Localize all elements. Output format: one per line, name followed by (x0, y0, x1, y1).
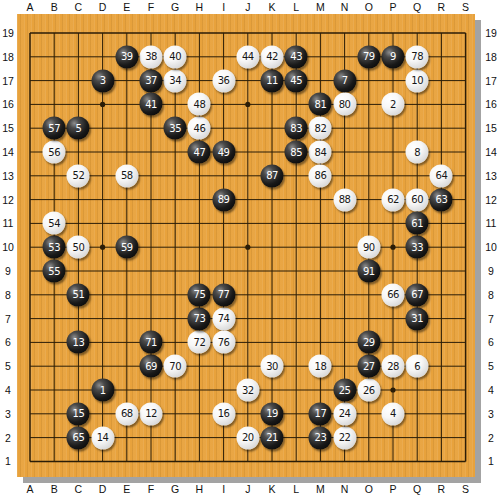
stone-black-73: 73 (188, 307, 211, 330)
column-label-top: Q (413, 2, 421, 13)
stone-white-14: 14 (91, 426, 114, 449)
row-label-right: 12 (485, 194, 497, 205)
stone-white-82: 82 (309, 117, 332, 140)
stone-white-86: 86 (309, 164, 332, 187)
column-label-bottom: D (99, 484, 107, 495)
column-label-top: E (123, 2, 130, 13)
stone-white-46: 46 (188, 117, 211, 140)
stone-white-6: 6 (406, 355, 429, 378)
stone-white-66: 66 (382, 283, 405, 306)
column-label-bottom: P (389, 484, 396, 495)
column-label-bottom: Q (413, 484, 421, 495)
row-label-left: 8 (5, 290, 11, 301)
stone-black-11: 11 (261, 69, 284, 92)
stone-white-58: 58 (115, 164, 138, 187)
stone-white-68: 68 (115, 402, 138, 425)
stone-black-55: 55 (43, 260, 66, 283)
stone-black-83: 83 (285, 117, 308, 140)
stone-white-22: 22 (333, 426, 356, 449)
stone-white-34: 34 (164, 69, 187, 92)
row-label-right: 15 (485, 123, 497, 134)
stone-black-15: 15 (67, 402, 90, 425)
stone-white-26: 26 (357, 379, 380, 402)
stone-black-51: 51 (67, 283, 90, 306)
stone-white-30: 30 (261, 355, 284, 378)
row-label-right: 13 (485, 171, 497, 182)
column-label-bottom: R (438, 484, 446, 495)
stone-black-43: 43 (285, 45, 308, 68)
column-label-bottom: K (268, 484, 275, 495)
row-label-right: 17 (485, 75, 497, 86)
column-label-bottom: N (341, 484, 349, 495)
stone-black-13: 13 (67, 331, 90, 354)
stone-white-2: 2 (382, 93, 405, 116)
row-label-right: 19 (485, 28, 497, 39)
stone-white-74: 74 (212, 307, 235, 330)
stone-black-57: 57 (43, 117, 66, 140)
row-label-right: 14 (485, 147, 497, 158)
stone-black-17: 17 (309, 402, 332, 425)
stone-white-8: 8 (406, 141, 429, 164)
stone-black-67: 67 (406, 283, 429, 306)
stone-black-35: 35 (164, 117, 187, 140)
stone-white-32: 32 (236, 379, 259, 402)
row-label-right: 11 (486, 218, 497, 229)
stone-white-56: 56 (43, 141, 66, 164)
stone-black-71: 71 (140, 331, 163, 354)
row-label-right: 10 (485, 242, 497, 253)
row-label-right: 7 (488, 313, 494, 324)
stone-white-44: 44 (236, 45, 259, 68)
column-label-bottom: M (316, 484, 325, 495)
row-label-right: 18 (485, 52, 497, 63)
stone-black-31: 31 (406, 307, 429, 330)
row-label-right: 8 (488, 290, 494, 301)
row-label-left: 11 (3, 218, 14, 229)
column-label-bottom: H (196, 484, 204, 495)
row-label-left: 18 (2, 52, 14, 63)
row-label-right: 9 (488, 266, 494, 277)
stone-black-1: 1 (91, 379, 114, 402)
stone-white-24: 24 (333, 402, 356, 425)
stone-black-37: 37 (140, 69, 163, 92)
stone-black-3: 3 (91, 69, 114, 92)
stone-black-65: 65 (67, 426, 90, 449)
row-label-left: 10 (2, 242, 14, 253)
row-label-left: 17 (2, 75, 14, 86)
stone-white-84: 84 (309, 141, 332, 164)
stone-black-75: 75 (188, 283, 211, 306)
stone-black-29: 29 (357, 331, 380, 354)
stone-black-41: 41 (140, 93, 163, 116)
stone-white-38: 38 (140, 45, 163, 68)
row-label-right: 1 (488, 456, 494, 467)
stone-white-70: 70 (164, 355, 187, 378)
column-label-bottom: A (26, 484, 33, 495)
row-label-left: 6 (5, 337, 11, 348)
stone-black-9: 9 (382, 45, 405, 68)
stone-black-89: 89 (212, 188, 235, 211)
stone-black-91: 91 (357, 260, 380, 283)
column-label-top: K (268, 2, 275, 13)
row-label-left: 5 (5, 361, 11, 372)
stone-white-28: 28 (382, 355, 405, 378)
stone-black-27: 27 (357, 355, 380, 378)
stone-white-78: 78 (406, 45, 429, 68)
stone-black-21: 21 (261, 426, 284, 449)
stone-white-50: 50 (67, 236, 90, 259)
stone-black-39: 39 (115, 45, 138, 68)
column-label-top: G (171, 2, 179, 13)
column-label-top: H (196, 2, 204, 13)
stone-black-63: 63 (430, 188, 453, 211)
column-label-bottom: O (365, 484, 373, 495)
go-diagram: AABBCCDDEEFFGGHHIIJJKKLLMMNNOOPPQQRRSS19… (0, 0, 500, 500)
column-label-top: M (316, 2, 325, 13)
column-label-top: I (222, 2, 225, 13)
stone-white-40: 40 (164, 45, 187, 68)
stone-white-52: 52 (67, 164, 90, 187)
column-label-top: N (341, 2, 349, 13)
row-label-right: 6 (488, 337, 494, 348)
column-label-bottom: L (293, 484, 299, 495)
column-label-top: C (75, 2, 83, 13)
stone-black-23: 23 (309, 426, 332, 449)
stone-black-61: 61 (406, 212, 429, 235)
column-label-top: D (99, 2, 107, 13)
stone-white-80: 80 (333, 93, 356, 116)
column-label-bottom: C (75, 484, 83, 495)
column-label-bottom: E (123, 484, 130, 495)
column-label-bottom: J (245, 484, 250, 495)
row-label-left: 4 (5, 385, 11, 396)
stone-black-77: 77 (212, 283, 235, 306)
row-label-left: 3 (5, 409, 11, 420)
row-label-left: 2 (5, 432, 11, 443)
row-label-left: 16 (2, 99, 14, 110)
stone-white-88: 88 (333, 188, 356, 211)
stone-black-33: 33 (406, 236, 429, 259)
column-label-top: R (438, 2, 446, 13)
stone-white-62: 62 (382, 188, 405, 211)
column-label-top: A (26, 2, 33, 13)
row-label-right: 4 (488, 385, 494, 396)
stone-white-42: 42 (261, 45, 284, 68)
stone-black-87: 87 (261, 164, 284, 187)
stone-white-76: 76 (212, 331, 235, 354)
stone-white-10: 10 (406, 69, 429, 92)
column-label-top: B (51, 2, 58, 13)
stone-white-54: 54 (43, 212, 66, 235)
row-label-left: 14 (2, 147, 14, 158)
row-label-left: 7 (5, 313, 11, 324)
stone-black-25: 25 (333, 379, 356, 402)
stone-black-7: 7 (333, 69, 356, 92)
column-label-top: J (245, 2, 250, 13)
row-label-right: 16 (485, 99, 497, 110)
stone-black-69: 69 (140, 355, 163, 378)
stone-black-5: 5 (67, 117, 90, 140)
stone-black-53: 53 (43, 236, 66, 259)
row-label-left: 9 (5, 266, 11, 277)
row-label-left: 19 (2, 28, 14, 39)
stone-white-72: 72 (188, 331, 211, 354)
stone-black-79: 79 (357, 45, 380, 68)
column-label-top: P (389, 2, 396, 13)
column-label-top: O (365, 2, 373, 13)
row-label-right: 3 (488, 409, 494, 420)
row-label-left: 12 (2, 194, 14, 205)
column-label-bottom: G (171, 484, 179, 495)
stone-black-81: 81 (309, 93, 332, 116)
stone-white-90: 90 (357, 236, 380, 259)
column-label-bottom: F (148, 484, 154, 495)
stone-white-4: 4 (382, 402, 405, 425)
row-label-right: 5 (488, 361, 494, 372)
stone-white-64: 64 (430, 164, 453, 187)
stone-black-49: 49 (212, 141, 235, 164)
row-label-left: 15 (2, 123, 14, 134)
row-label-left: 13 (2, 171, 14, 182)
column-label-top: L (293, 2, 299, 13)
stone-white-12: 12 (140, 402, 163, 425)
stone-black-59: 59 (115, 236, 138, 259)
column-label-top: F (148, 2, 154, 13)
stone-black-19: 19 (261, 402, 284, 425)
row-label-right: 2 (488, 432, 494, 443)
column-label-top: S (462, 2, 469, 13)
column-label-bottom: B (51, 484, 58, 495)
stone-black-45: 45 (285, 69, 308, 92)
stone-white-60: 60 (406, 188, 429, 211)
column-label-bottom: I (222, 484, 225, 495)
stone-white-16: 16 (212, 402, 235, 425)
row-label-left: 1 (5, 456, 11, 467)
stone-black-85: 85 (285, 141, 308, 164)
column-label-bottom: S (462, 484, 469, 495)
stone-white-18: 18 (309, 355, 332, 378)
stone-black-47: 47 (188, 141, 211, 164)
stone-white-20: 20 (236, 426, 259, 449)
stone-white-48: 48 (188, 93, 211, 116)
stone-white-36: 36 (212, 69, 235, 92)
